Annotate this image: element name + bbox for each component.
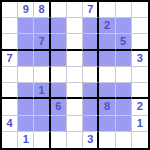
cell-r5c5[interactable] [67,67,83,83]
cell-r4c8[interactable] [116,51,132,67]
cell-r9c2[interactable]: 1 [18,132,34,148]
cell-r9c4[interactable] [51,132,67,148]
cell-r9c8[interactable] [116,132,132,148]
cell-r6c1[interactable] [2,83,18,99]
cell-r6c5[interactable] [67,83,83,99]
cell-r9c5[interactable] [67,132,83,148]
cell-r6c9[interactable] [132,83,148,99]
cell-r7c2[interactable] [18,99,34,115]
cell-r5c6[interactable] [83,67,99,83]
cell-r4c4[interactable] [51,51,67,67]
cell-r2c5[interactable] [67,18,83,34]
cell-r6c6[interactable] [83,83,99,99]
cell-r4c2[interactable] [18,51,34,67]
cell-r1c9[interactable] [132,2,148,18]
cell-r4c7[interactable] [99,51,115,67]
cell-r3c4[interactable] [51,34,67,50]
cell-r5c3[interactable] [34,67,50,83]
cell-r3c9[interactable] [132,34,148,50]
cell-r7c5[interactable] [67,99,83,115]
cell-r5c1[interactable] [2,67,18,83]
cell-r1c8[interactable] [116,2,132,18]
cell-r3c1[interactable] [2,34,18,50]
cell-r6c7[interactable] [99,83,115,99]
cell-r1c7[interactable] [99,2,115,18]
sudoku-board: 9872757316824113 [0,0,150,150]
cell-r4c6[interactable] [83,51,99,67]
cell-r7c6[interactable] [83,99,99,115]
cell-r6c4[interactable] [51,83,67,99]
cell-r2c8[interactable] [116,18,132,34]
cell-r7c8[interactable] [116,99,132,115]
cell-r2c7[interactable]: 2 [99,18,115,34]
cell-r2c4[interactable] [51,18,67,34]
cell-r2c3[interactable] [34,18,50,34]
cell-r3c7[interactable] [99,34,115,50]
cell-r5c8[interactable] [116,67,132,83]
cell-r4c5[interactable] [67,51,83,67]
cell-r1c4[interactable] [51,2,67,18]
cell-r3c3[interactable]: 7 [34,34,50,50]
cell-r7c1[interactable] [2,99,18,115]
cell-r8c5[interactable] [67,116,83,132]
cell-r4c9[interactable]: 3 [132,51,148,67]
cell-r7c3[interactable] [34,99,50,115]
cell-r1c6[interactable]: 7 [83,2,99,18]
cell-r8c7[interactable] [99,116,115,132]
cell-r3c6[interactable] [83,34,99,50]
cell-r8c9[interactable]: 1 [132,116,148,132]
cell-r6c3[interactable]: 1 [34,83,50,99]
cell-r6c2[interactable] [18,83,34,99]
cell-r1c1[interactable] [2,2,18,18]
cell-r9c1[interactable] [2,132,18,148]
cell-r7c9[interactable]: 2 [132,99,148,115]
cell-r7c7[interactable]: 8 [99,99,115,115]
cell-r2c9[interactable] [132,18,148,34]
cell-r3c5[interactable] [67,34,83,50]
cell-r8c1[interactable]: 4 [2,116,18,132]
cell-r1c2[interactable]: 9 [18,2,34,18]
cell-r5c9[interactable] [132,67,148,83]
cell-r2c1[interactable] [2,18,18,34]
cell-r7c4[interactable]: 6 [51,99,67,115]
cell-r8c2[interactable] [18,116,34,132]
cell-r5c2[interactable] [18,67,34,83]
cell-r6c8[interactable] [116,83,132,99]
cell-r1c3[interactable]: 8 [34,2,50,18]
cell-r3c8[interactable]: 5 [116,34,132,50]
cell-r5c4[interactable] [51,67,67,83]
cell-r2c2[interactable] [18,18,34,34]
cell-r8c3[interactable] [34,116,50,132]
cell-r9c6[interactable]: 3 [83,132,99,148]
cell-r8c8[interactable] [116,116,132,132]
cell-r9c7[interactable] [99,132,115,148]
cell-r4c1[interactable]: 7 [2,51,18,67]
cell-r4c3[interactable] [34,51,50,67]
cell-r5c7[interactable] [99,67,115,83]
cell-r1c5[interactable] [67,2,83,18]
cell-r9c9[interactable] [132,132,148,148]
cell-r3c2[interactable] [18,34,34,50]
cell-r8c6[interactable] [83,116,99,132]
cell-r8c4[interactable] [51,116,67,132]
cell-r9c3[interactable] [34,132,50,148]
cell-r2c6[interactable] [83,18,99,34]
